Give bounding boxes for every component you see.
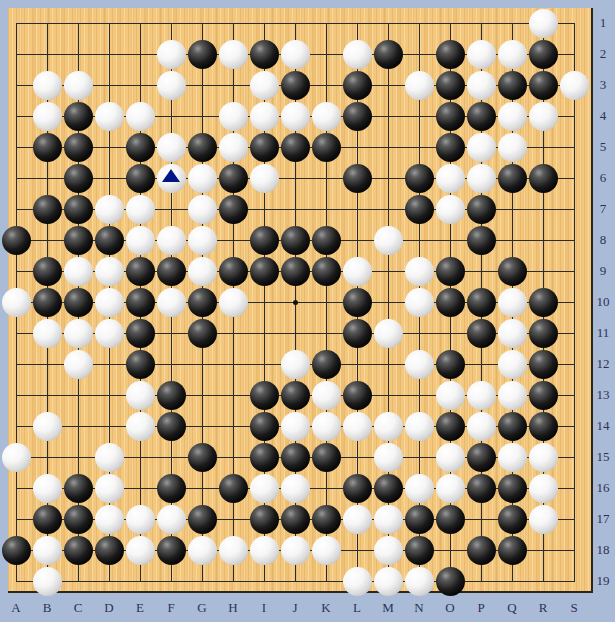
stone-black <box>436 71 465 100</box>
stone-white <box>281 350 310 379</box>
row-label: 1 <box>593 15 613 30</box>
stone-black <box>126 133 155 162</box>
stone-black <box>250 381 279 410</box>
stone-black <box>157 381 186 410</box>
stone-black <box>529 288 558 317</box>
stone-black <box>312 350 341 379</box>
stone-black <box>250 133 279 162</box>
stone-white <box>498 102 527 131</box>
stone-black <box>250 40 279 69</box>
stone-white <box>188 226 217 255</box>
column-label: H <box>222 601 244 615</box>
stone-black <box>188 40 217 69</box>
column-label: S <box>563 601 585 615</box>
stone-black <box>250 505 279 534</box>
stone-white <box>281 536 310 565</box>
stone-black <box>467 443 496 472</box>
stone-white <box>498 350 527 379</box>
stone-black <box>343 102 372 131</box>
row-label: 4 <box>593 108 613 123</box>
stone-black <box>64 505 93 534</box>
row-label: 16 <box>593 480 613 495</box>
stone-white <box>405 350 434 379</box>
stone-black <box>498 164 527 193</box>
stone-white <box>498 288 527 317</box>
row-label: 8 <box>593 232 613 247</box>
stone-white <box>374 412 403 441</box>
stone-white <box>374 505 403 534</box>
stone-white <box>374 536 403 565</box>
stone-white <box>436 474 465 503</box>
column-label: K <box>315 601 337 615</box>
stone-white <box>281 474 310 503</box>
grid-line <box>574 23 575 582</box>
stone-white <box>188 195 217 224</box>
stone-white <box>405 71 434 100</box>
stone-black <box>281 133 310 162</box>
stone-white <box>126 412 155 441</box>
stone-white <box>312 381 341 410</box>
stone-white <box>219 102 248 131</box>
column-label: B <box>36 601 58 615</box>
stone-black <box>64 226 93 255</box>
stone-white <box>250 164 279 193</box>
column-label: R <box>532 601 554 615</box>
row-label: 3 <box>593 77 613 92</box>
stone-black <box>467 102 496 131</box>
row-label: 12 <box>593 356 613 371</box>
stone-black <box>281 71 310 100</box>
stone-black <box>126 164 155 193</box>
stone-black <box>33 195 62 224</box>
stone-black <box>250 412 279 441</box>
stone-black <box>64 536 93 565</box>
stone-black <box>64 195 93 224</box>
stone-white <box>467 164 496 193</box>
stone-white <box>250 71 279 100</box>
stone-black <box>250 226 279 255</box>
stone-white <box>498 381 527 410</box>
stone-white <box>33 319 62 348</box>
stone-white <box>95 505 124 534</box>
stone-white <box>33 536 62 565</box>
go-board-widget: ABCDEFGHIJKLMNOPQRS 12345678910111213141… <box>0 0 615 622</box>
stone-white <box>33 71 62 100</box>
stone-black <box>498 257 527 286</box>
stone-black <box>312 443 341 472</box>
stone-black <box>188 288 217 317</box>
stone-black <box>312 505 341 534</box>
stone-black <box>157 536 186 565</box>
stone-white <box>498 319 527 348</box>
stone-white <box>126 381 155 410</box>
stone-white <box>126 505 155 534</box>
stone-black <box>529 412 558 441</box>
stone-white <box>467 133 496 162</box>
stone-white <box>188 257 217 286</box>
stone-white <box>33 567 62 596</box>
column-label: P <box>470 601 492 615</box>
stone-black <box>157 474 186 503</box>
stone-white <box>95 257 124 286</box>
stone-white <box>529 443 558 472</box>
stone-black <box>374 474 403 503</box>
stone-black <box>64 133 93 162</box>
stone-white <box>281 40 310 69</box>
stone-white <box>529 102 558 131</box>
stone-white <box>467 71 496 100</box>
stone-white <box>2 288 31 317</box>
stone-black <box>436 567 465 596</box>
stone-black <box>126 288 155 317</box>
stone-white <box>374 226 403 255</box>
last-move-triangle-marker <box>162 169 180 182</box>
stone-black <box>219 474 248 503</box>
stone-white <box>250 102 279 131</box>
stone-white <box>343 505 372 534</box>
stone-white <box>436 164 465 193</box>
stone-white <box>343 40 372 69</box>
stone-white <box>374 319 403 348</box>
stone-black <box>343 319 372 348</box>
stone-white <box>281 102 310 131</box>
stone-black <box>529 381 558 410</box>
stone-white <box>467 412 496 441</box>
stone-black <box>467 319 496 348</box>
stone-white <box>95 102 124 131</box>
grid-line <box>16 581 575 582</box>
stone-black <box>467 195 496 224</box>
column-label: C <box>67 601 89 615</box>
stone-black <box>374 40 403 69</box>
stone-black <box>343 71 372 100</box>
stone-black <box>529 71 558 100</box>
stone-white <box>219 288 248 317</box>
stone-black <box>188 319 217 348</box>
stone-white <box>95 288 124 317</box>
stone-black <box>126 350 155 379</box>
stone-white <box>219 536 248 565</box>
stone-black <box>188 505 217 534</box>
stone-black <box>467 226 496 255</box>
stone-black <box>529 350 558 379</box>
stone-white <box>64 350 93 379</box>
stone-white <box>126 195 155 224</box>
stone-black <box>64 164 93 193</box>
stone-white <box>529 474 558 503</box>
stone-black <box>2 536 31 565</box>
stone-white <box>343 567 372 596</box>
stone-white <box>498 443 527 472</box>
stone-white <box>157 505 186 534</box>
row-label: 10 <box>593 294 613 309</box>
stone-black <box>312 226 341 255</box>
stone-black <box>281 257 310 286</box>
stone-black <box>436 40 465 69</box>
stone-black <box>467 536 496 565</box>
column-label: Q <box>501 601 523 615</box>
stone-black <box>219 164 248 193</box>
stone-white <box>2 443 31 472</box>
stone-black <box>529 164 558 193</box>
row-label: 13 <box>593 387 613 402</box>
stone-black <box>498 71 527 100</box>
stone-white <box>467 381 496 410</box>
stone-black <box>343 164 372 193</box>
stone-black <box>529 40 558 69</box>
stone-black <box>436 412 465 441</box>
stone-white <box>33 412 62 441</box>
stone-black <box>343 288 372 317</box>
stone-white <box>64 319 93 348</box>
stone-black <box>188 443 217 472</box>
stone-white <box>436 443 465 472</box>
stone-black <box>343 474 372 503</box>
stone-white <box>529 505 558 534</box>
stone-white <box>436 381 465 410</box>
stone-black <box>436 133 465 162</box>
stone-black <box>312 133 341 162</box>
stone-white <box>343 257 372 286</box>
stone-white <box>467 40 496 69</box>
stone-white <box>529 9 558 38</box>
stone-black <box>64 102 93 131</box>
stone-white <box>405 257 434 286</box>
row-label: 5 <box>593 139 613 154</box>
stone-black <box>436 350 465 379</box>
stone-white <box>405 567 434 596</box>
stone-black <box>467 288 496 317</box>
stone-white <box>157 40 186 69</box>
stone-black <box>405 164 434 193</box>
stone-black <box>436 288 465 317</box>
column-label: E <box>129 601 151 615</box>
stone-black <box>2 226 31 255</box>
row-label: 19 <box>593 573 613 588</box>
stone-black <box>405 536 434 565</box>
stone-white <box>188 536 217 565</box>
stone-black <box>33 505 62 534</box>
stone-black <box>436 257 465 286</box>
row-label: 6 <box>593 170 613 185</box>
row-label: 2 <box>593 46 613 61</box>
stone-black <box>498 412 527 441</box>
stone-black <box>312 257 341 286</box>
stone-white <box>64 257 93 286</box>
stone-white <box>64 71 93 100</box>
stone-black <box>95 226 124 255</box>
stone-white <box>219 40 248 69</box>
stone-black <box>405 505 434 534</box>
stone-white <box>126 226 155 255</box>
stone-white <box>33 474 62 503</box>
stone-white <box>312 412 341 441</box>
stone-white <box>95 319 124 348</box>
stone-black <box>157 257 186 286</box>
column-label: J <box>284 601 306 615</box>
stone-black <box>281 226 310 255</box>
stone-white <box>33 102 62 131</box>
column-label: L <box>346 601 368 615</box>
stone-black <box>188 133 217 162</box>
column-label: F <box>160 601 182 615</box>
column-label: I <box>253 601 275 615</box>
stone-white <box>157 71 186 100</box>
stone-black <box>281 443 310 472</box>
stone-black <box>64 288 93 317</box>
column-label: A <box>5 601 27 615</box>
stone-white <box>374 567 403 596</box>
stone-black <box>33 133 62 162</box>
stone-black <box>64 474 93 503</box>
row-label: 9 <box>593 263 613 278</box>
stone-white <box>219 133 248 162</box>
stone-black <box>436 505 465 534</box>
stone-white <box>250 474 279 503</box>
stone-black <box>498 474 527 503</box>
stone-black <box>343 381 372 410</box>
row-label: 7 <box>593 201 613 216</box>
stone-black <box>281 505 310 534</box>
stone-white <box>498 133 527 162</box>
stone-black <box>33 288 62 317</box>
column-label: N <box>408 601 430 615</box>
stone-white <box>312 536 341 565</box>
stone-black <box>250 443 279 472</box>
stone-white <box>157 226 186 255</box>
stone-black <box>126 319 155 348</box>
stone-black <box>281 381 310 410</box>
row-label: 14 <box>593 418 613 433</box>
stone-black <box>498 505 527 534</box>
stone-white <box>250 536 279 565</box>
stone-black <box>219 257 248 286</box>
row-label: 15 <box>593 449 613 464</box>
star-point <box>293 300 298 305</box>
goban[interactable] <box>8 8 593 593</box>
stone-black <box>126 257 155 286</box>
column-label: G <box>191 601 213 615</box>
column-label: O <box>439 601 461 615</box>
stone-black <box>405 195 434 224</box>
stone-black <box>250 257 279 286</box>
stone-black <box>467 474 496 503</box>
stone-white <box>188 164 217 193</box>
stone-white <box>343 412 372 441</box>
column-label: D <box>98 601 120 615</box>
stone-white <box>126 102 155 131</box>
row-label: 18 <box>593 542 613 557</box>
stone-white <box>560 71 589 100</box>
stone-white <box>157 133 186 162</box>
stone-black <box>157 412 186 441</box>
stone-white <box>281 412 310 441</box>
stone-white <box>374 443 403 472</box>
stone-black <box>33 257 62 286</box>
stone-white <box>157 288 186 317</box>
stone-white <box>95 474 124 503</box>
row-label: 17 <box>593 511 613 526</box>
stone-white <box>498 40 527 69</box>
stone-black <box>529 319 558 348</box>
stone-black <box>436 102 465 131</box>
stone-white <box>405 412 434 441</box>
stone-white <box>312 102 341 131</box>
stone-white <box>436 195 465 224</box>
stone-black <box>219 195 248 224</box>
stone-black <box>498 536 527 565</box>
stone-black <box>95 536 124 565</box>
stone-white <box>95 195 124 224</box>
stone-white <box>405 474 434 503</box>
stone-white <box>126 536 155 565</box>
stone-white <box>95 443 124 472</box>
stone-white <box>405 288 434 317</box>
row-label: 11 <box>593 325 613 340</box>
column-label: M <box>377 601 399 615</box>
